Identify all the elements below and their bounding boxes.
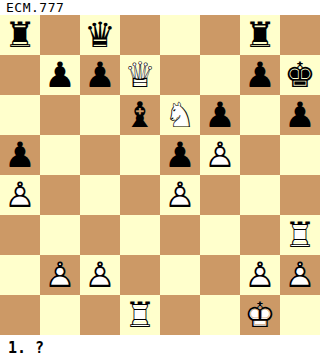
- square-a2[interactable]: [0, 255, 40, 295]
- white-rook-icon: ♜♖: [120, 295, 160, 335]
- square-b7[interactable]: ♟: [40, 55, 80, 95]
- square-h2[interactable]: ♟♙: [280, 255, 320, 295]
- black-rook-icon: ♜: [0, 15, 40, 55]
- square-b6[interactable]: [40, 95, 80, 135]
- black-king-icon: ♚: [280, 55, 320, 95]
- square-e3[interactable]: [160, 215, 200, 255]
- white-pawn-icon: ♟♙: [240, 255, 280, 295]
- square-f8[interactable]: [200, 15, 240, 55]
- square-e7[interactable]: [160, 55, 200, 95]
- square-g7[interactable]: ♟: [240, 55, 280, 95]
- white-pawn-icon: ♟♙: [280, 255, 320, 295]
- move-prompt: 1. ?: [0, 335, 320, 360]
- square-g1[interactable]: ♚♔: [240, 295, 280, 335]
- square-b5[interactable]: [40, 135, 80, 175]
- square-g6[interactable]: [240, 95, 280, 135]
- square-f1[interactable]: [200, 295, 240, 335]
- black-pawn-icon: ♟: [0, 135, 40, 175]
- square-g2[interactable]: ♟♙: [240, 255, 280, 295]
- black-bishop-icon: ♝: [120, 95, 160, 135]
- square-g3[interactable]: [240, 215, 280, 255]
- square-f5[interactable]: ♟♙: [200, 135, 240, 175]
- white-rook-icon: ♜♖: [280, 215, 320, 255]
- white-queen-icon: ♛♕: [120, 55, 160, 95]
- square-h3[interactable]: ♜♖: [280, 215, 320, 255]
- black-pawn-icon: ♟: [200, 95, 240, 135]
- square-a7[interactable]: [0, 55, 40, 95]
- black-pawn-icon: ♟: [40, 55, 80, 95]
- square-d7[interactable]: ♛♕: [120, 55, 160, 95]
- square-c8[interactable]: ♛: [80, 15, 120, 55]
- white-pawn-icon: ♟♙: [200, 135, 240, 175]
- square-a1[interactable]: [0, 295, 40, 335]
- white-pawn-icon: ♟♙: [160, 175, 200, 215]
- square-c3[interactable]: [80, 215, 120, 255]
- square-e5[interactable]: ♟: [160, 135, 200, 175]
- square-g5[interactable]: [240, 135, 280, 175]
- square-e8[interactable]: [160, 15, 200, 55]
- square-d2[interactable]: [120, 255, 160, 295]
- square-b8[interactable]: [40, 15, 80, 55]
- white-knight-icon: ♞♘: [160, 95, 200, 135]
- square-e2[interactable]: [160, 255, 200, 295]
- white-pawn-icon: ♟♙: [0, 175, 40, 215]
- square-c2[interactable]: ♟♙: [80, 255, 120, 295]
- square-h5[interactable]: [280, 135, 320, 175]
- square-d6[interactable]: ♝: [120, 95, 160, 135]
- puzzle-title: ECM.777: [0, 0, 320, 15]
- square-b1[interactable]: [40, 295, 80, 335]
- black-pawn-icon: ♟: [80, 55, 120, 95]
- square-d1[interactable]: ♜♖: [120, 295, 160, 335]
- white-king-icon: ♚♔: [240, 295, 280, 335]
- square-h8[interactable]: [280, 15, 320, 55]
- square-g8[interactable]: ♜: [240, 15, 280, 55]
- chess-board: ♜♛♜♟♟♛♕♟♚♝♞♘♟♟♟♟♟♙♟♙♟♙♜♖♟♙♟♙♟♙♟♙♜♖♚♔: [0, 15, 320, 335]
- square-d3[interactable]: [120, 215, 160, 255]
- square-f7[interactable]: [200, 55, 240, 95]
- black-queen-icon: ♛: [80, 15, 120, 55]
- square-a6[interactable]: [0, 95, 40, 135]
- square-d5[interactable]: [120, 135, 160, 175]
- square-d4[interactable]: [120, 175, 160, 215]
- square-a8[interactable]: ♜: [0, 15, 40, 55]
- square-e1[interactable]: [160, 295, 200, 335]
- square-g4[interactable]: [240, 175, 280, 215]
- square-e6[interactable]: ♞♘: [160, 95, 200, 135]
- square-h1[interactable]: [280, 295, 320, 335]
- square-b4[interactable]: [40, 175, 80, 215]
- chess-puzzle-page: ECM.777 ♜♛♜♟♟♛♕♟♚♝♞♘♟♟♟♟♟♙♟♙♟♙♜♖♟♙♟♙♟♙♟♙…: [0, 0, 320, 360]
- square-b2[interactable]: ♟♙: [40, 255, 80, 295]
- square-f4[interactable]: [200, 175, 240, 215]
- black-pawn-icon: ♟: [160, 135, 200, 175]
- square-a5[interactable]: ♟: [0, 135, 40, 175]
- square-a4[interactable]: ♟♙: [0, 175, 40, 215]
- black-rook-icon: ♜: [240, 15, 280, 55]
- square-f3[interactable]: [200, 215, 240, 255]
- square-b3[interactable]: [40, 215, 80, 255]
- square-h7[interactable]: ♚: [280, 55, 320, 95]
- square-c4[interactable]: [80, 175, 120, 215]
- square-f6[interactable]: ♟: [200, 95, 240, 135]
- black-pawn-icon: ♟: [240, 55, 280, 95]
- square-c1[interactable]: [80, 295, 120, 335]
- square-a3[interactable]: [0, 215, 40, 255]
- black-pawn-icon: ♟: [280, 95, 320, 135]
- square-c6[interactable]: [80, 95, 120, 135]
- square-h4[interactable]: [280, 175, 320, 215]
- square-h6[interactable]: ♟: [280, 95, 320, 135]
- square-c7[interactable]: ♟: [80, 55, 120, 95]
- white-pawn-icon: ♟♙: [80, 255, 120, 295]
- square-f2[interactable]: [200, 255, 240, 295]
- white-pawn-icon: ♟♙: [40, 255, 80, 295]
- square-d8[interactable]: [120, 15, 160, 55]
- square-e4[interactable]: ♟♙: [160, 175, 200, 215]
- square-c5[interactable]: [80, 135, 120, 175]
